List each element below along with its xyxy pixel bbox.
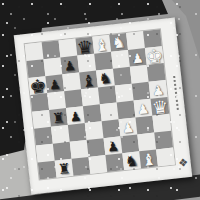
square-b1: ♜	[55, 159, 74, 178]
square-h2	[154, 131, 173, 150]
square-a2	[36, 144, 55, 163]
square-g7: ♟	[128, 48, 147, 67]
square-g8	[126, 31, 145, 50]
square-g4: ♟	[134, 99, 153, 118]
square-c1	[72, 157, 91, 176]
square-a6: ♚	[28, 76, 47, 95]
chessboard-photo: ♛♝♞♟♟♚♚♟♝♞♟♜♟♟♛♟♟♜♞♝ ❖	[0, 0, 200, 200]
square-b6: ♟	[45, 74, 64, 93]
vinyl-board: ♛♝♞♟♟♚♚♟♝♞♟♜♟♟♛♟♟♜♞♝ ❖	[14, 18, 193, 195]
piece-br: ♜	[57, 160, 71, 178]
square-f1: ♞	[122, 151, 141, 170]
square-g5	[132, 82, 151, 101]
square-g6	[130, 65, 149, 84]
square-h6	[147, 63, 166, 82]
square-a5	[30, 93, 49, 112]
piece-wb: ♝	[141, 151, 157, 169]
chess-board: ♛♝♞♟♟♚♚♟♝♞♟♜♟♟♛♟♟♜♞♝	[25, 29, 175, 179]
square-h7: ♚	[145, 46, 164, 65]
square-b8	[42, 40, 61, 59]
square-d4	[83, 104, 102, 123]
square-e8: ♝	[92, 35, 111, 54]
square-e2: ♟	[104, 136, 123, 155]
square-d5	[81, 87, 100, 106]
square-g1: ♝	[139, 149, 158, 168]
diamond-ornament-icon: ❖	[176, 156, 190, 170]
square-e6: ♞	[96, 69, 115, 88]
square-h3	[152, 114, 171, 133]
square-d7	[77, 54, 96, 73]
square-d8: ♛	[75, 37, 94, 56]
square-a1	[38, 161, 57, 180]
square-f3: ♟	[119, 118, 138, 137]
square-d6: ♝	[79, 71, 98, 90]
square-a4	[32, 110, 51, 129]
square-f5	[115, 84, 134, 103]
square-h5: ♟	[149, 80, 168, 99]
square-c5	[64, 89, 83, 108]
square-b3	[51, 125, 70, 144]
brand-text	[173, 76, 179, 110]
square-a3	[34, 127, 53, 146]
square-f8: ♞	[109, 33, 128, 52]
square-c7: ♟	[60, 56, 79, 75]
square-e5	[98, 86, 117, 105]
square-b7	[44, 57, 63, 76]
square-h4: ♛	[150, 97, 169, 116]
square-c3	[68, 123, 87, 142]
square-g2	[137, 133, 156, 152]
piece-bn: ♞	[124, 152, 139, 170]
square-b4: ♜	[49, 108, 68, 127]
square-e7	[94, 52, 113, 71]
square-f2	[120, 134, 139, 153]
square-d3	[85, 121, 104, 140]
square-h1	[156, 148, 175, 167]
square-e4	[100, 102, 119, 121]
square-c8	[59, 39, 78, 58]
square-f4	[117, 101, 136, 120]
square-d2	[87, 138, 106, 157]
square-d1	[88, 155, 107, 174]
square-b5	[47, 91, 66, 110]
square-c6	[62, 72, 81, 91]
square-f7	[111, 50, 130, 69]
square-a7	[27, 59, 46, 78]
square-e1	[105, 153, 124, 172]
square-c4: ♟	[66, 106, 85, 125]
square-b2	[53, 142, 72, 161]
square-e3	[102, 119, 121, 138]
square-h8	[143, 29, 162, 48]
square-g3	[135, 116, 154, 135]
square-c2	[70, 140, 89, 159]
square-a8	[25, 42, 44, 61]
square-f6	[113, 67, 132, 86]
